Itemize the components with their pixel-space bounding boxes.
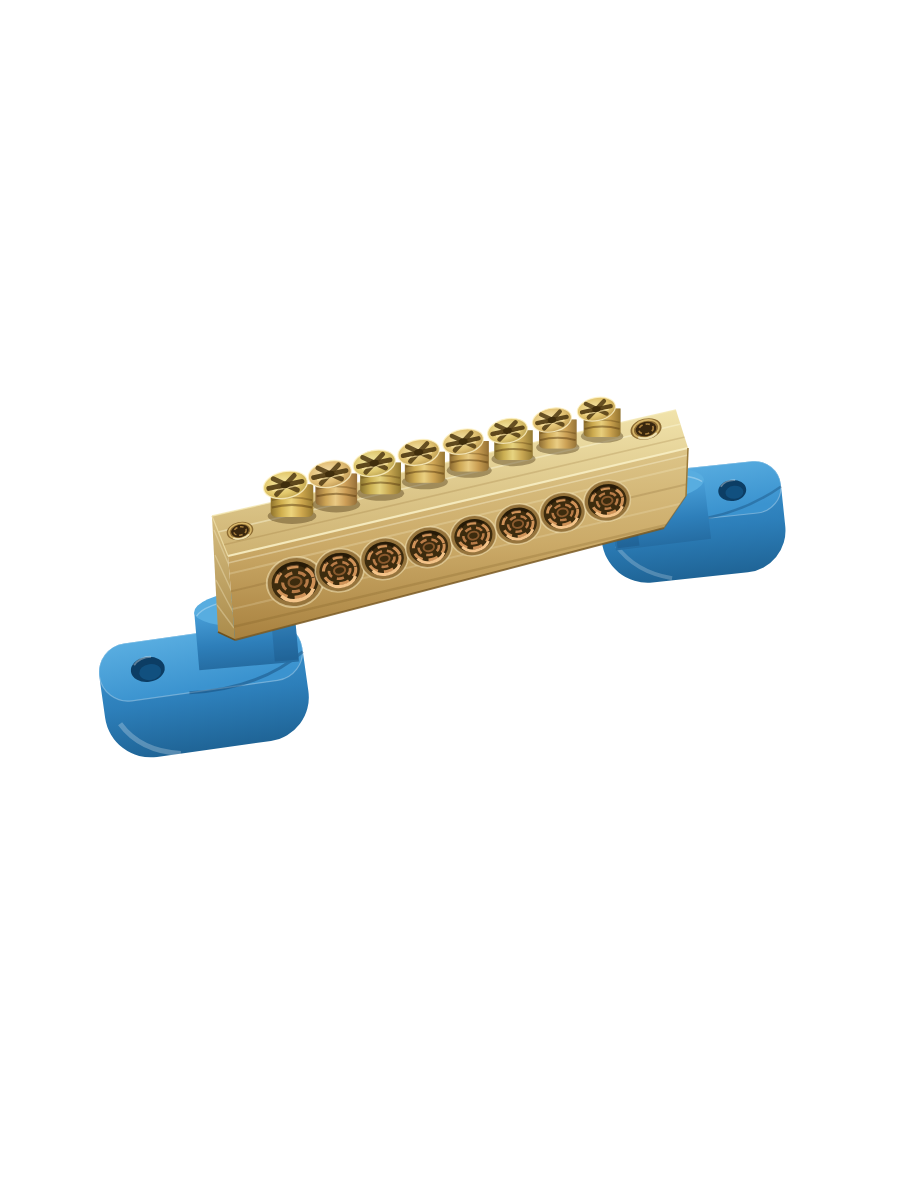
busbar-product-image [0, 0, 900, 1200]
terminal-screw [575, 394, 623, 443]
terminal-screw [351, 446, 404, 501]
terminal-screw [306, 457, 360, 513]
terminal-screw [530, 404, 579, 454]
terminal-screw [485, 415, 535, 466]
terminal-screw [396, 436, 448, 489]
busbar-bar [212, 394, 688, 640]
product-photo-stage [0, 0, 900, 1200]
terminal-screw [440, 425, 491, 477]
